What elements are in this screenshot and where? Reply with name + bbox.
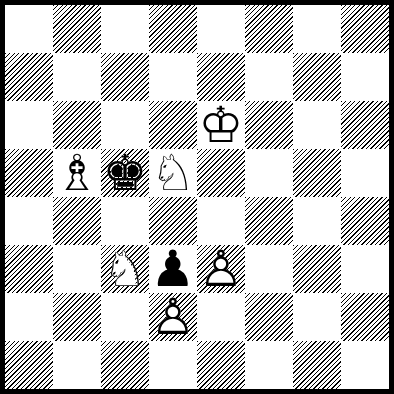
- square-g7[interactable]: [293, 53, 341, 101]
- piece-white-bishop: ♗: [53, 149, 101, 197]
- square-e4[interactable]: [197, 197, 245, 245]
- piece-white-pawn: ♙: [197, 245, 245, 293]
- square-f7[interactable]: [245, 53, 293, 101]
- square-d6[interactable]: [149, 101, 197, 149]
- square-g4[interactable]: [293, 197, 341, 245]
- square-e3[interactable]: ♟♙: [197, 245, 245, 293]
- square-f2[interactable]: [245, 293, 293, 341]
- piece-black-king: ♚: [101, 149, 149, 197]
- piece-mask-white-king: ♚: [197, 101, 245, 149]
- square-c8[interactable]: [101, 5, 149, 53]
- square-c4[interactable]: [101, 197, 149, 245]
- piece-white-king: ♔: [197, 101, 245, 149]
- piece-mask-white-pawn: ♟: [197, 245, 245, 293]
- square-h6[interactable]: [341, 101, 389, 149]
- square-c6[interactable]: [101, 101, 149, 149]
- chess-board: ♚♔♝♗♚♚♞♘♞♘♟♟♟♙♟♙: [5, 5, 389, 389]
- square-b6[interactable]: [53, 101, 101, 149]
- square-a4[interactable]: [5, 197, 53, 245]
- square-a7[interactable]: [5, 53, 53, 101]
- piece-mask-white-knight: ♞: [149, 149, 197, 197]
- square-d8[interactable]: [149, 5, 197, 53]
- square-f8[interactable]: [245, 5, 293, 53]
- piece-white-pawn: ♙: [149, 293, 197, 341]
- square-b2[interactable]: [53, 293, 101, 341]
- square-e7[interactable]: [197, 53, 245, 101]
- square-b5[interactable]: ♝♗: [53, 149, 101, 197]
- square-f3[interactable]: [245, 245, 293, 293]
- piece-mask-white-bishop: ♝: [53, 149, 101, 197]
- piece-white-knight: ♘: [149, 149, 197, 197]
- square-h3[interactable]: [341, 245, 389, 293]
- square-e5[interactable]: [197, 149, 245, 197]
- square-b7[interactable]: [53, 53, 101, 101]
- square-h1[interactable]: [341, 341, 389, 389]
- square-b4[interactable]: [53, 197, 101, 245]
- square-c5[interactable]: ♚♚: [101, 149, 149, 197]
- chess-diagram: ♚♔♝♗♚♚♞♘♞♘♟♟♟♙♟♙: [0, 0, 394, 394]
- square-g2[interactable]: [293, 293, 341, 341]
- piece-mask-black-pawn: ♟: [149, 245, 197, 293]
- square-g1[interactable]: [293, 341, 341, 389]
- square-d7[interactable]: [149, 53, 197, 101]
- square-h4[interactable]: [341, 197, 389, 245]
- square-g6[interactable]: [293, 101, 341, 149]
- piece-white-knight: ♘: [101, 245, 149, 293]
- square-h2[interactable]: [341, 293, 389, 341]
- square-d5[interactable]: ♞♘: [149, 149, 197, 197]
- square-h8[interactable]: [341, 5, 389, 53]
- square-a5[interactable]: [5, 149, 53, 197]
- square-a8[interactable]: [5, 5, 53, 53]
- square-f6[interactable]: [245, 101, 293, 149]
- piece-mask-white-pawn: ♟: [149, 293, 197, 341]
- square-a1[interactable]: [5, 341, 53, 389]
- square-g3[interactable]: [293, 245, 341, 293]
- square-b1[interactable]: [53, 341, 101, 389]
- square-b8[interactable]: [53, 5, 101, 53]
- square-c2[interactable]: [101, 293, 149, 341]
- square-a6[interactable]: [5, 101, 53, 149]
- square-e8[interactable]: [197, 5, 245, 53]
- piece-mask-white-knight: ♞: [101, 245, 149, 293]
- square-b3[interactable]: [53, 245, 101, 293]
- square-g5[interactable]: [293, 149, 341, 197]
- square-h5[interactable]: [341, 149, 389, 197]
- square-c3[interactable]: ♞♘: [101, 245, 149, 293]
- square-c1[interactable]: [101, 341, 149, 389]
- square-d3[interactable]: ♟♟: [149, 245, 197, 293]
- square-f4[interactable]: [245, 197, 293, 245]
- square-d1[interactable]: [149, 341, 197, 389]
- square-a3[interactable]: [5, 245, 53, 293]
- piece-black-pawn: ♟: [149, 245, 197, 293]
- square-a2[interactable]: [5, 293, 53, 341]
- square-c7[interactable]: [101, 53, 149, 101]
- square-d2[interactable]: ♟♙: [149, 293, 197, 341]
- square-f1[interactable]: [245, 341, 293, 389]
- square-e1[interactable]: [197, 341, 245, 389]
- square-d4[interactable]: [149, 197, 197, 245]
- square-e6[interactable]: ♚♔: [197, 101, 245, 149]
- square-f5[interactable]: [245, 149, 293, 197]
- square-g8[interactable]: [293, 5, 341, 53]
- piece-mask-black-king: ♚: [101, 149, 149, 197]
- square-e2[interactable]: [197, 293, 245, 341]
- square-h7[interactable]: [341, 53, 389, 101]
